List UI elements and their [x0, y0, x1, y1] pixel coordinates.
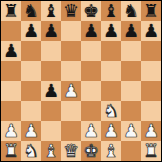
white-bishop-icon: ♝ — [103, 141, 119, 161]
square-c3[interactable] — [41, 101, 61, 121]
square-b2[interactable]: ♟ — [21, 121, 41, 141]
square-d4[interactable]: ♟ — [61, 81, 81, 101]
square-a6[interactable]: ♟ — [1, 41, 21, 61]
square-f4[interactable] — [101, 81, 121, 101]
white-pawn-icon: ♟ — [3, 121, 19, 141]
square-d8[interactable]: ♛ — [61, 1, 81, 21]
square-g4[interactable] — [121, 81, 141, 101]
square-h4[interactable] — [141, 81, 161, 101]
black-pawn-icon: ♟ — [3, 41, 19, 61]
square-f2[interactable]: ♟ — [101, 121, 121, 141]
square-a1[interactable]: ♜ — [1, 141, 21, 161]
square-h2[interactable]: ♟ — [141, 121, 161, 141]
white-pawn-icon: ♟ — [83, 121, 99, 141]
square-b4[interactable] — [21, 81, 41, 101]
square-d2[interactable] — [61, 121, 81, 141]
chess-board-frame: ♜♞♝♛♚♝♞♜♟♟♟♟♟♟♟♟♟♞♟♟♟♟♟♟♜♞♝♛♚♝♜ — [0, 0, 162, 162]
square-a7[interactable] — [1, 21, 21, 41]
square-c8[interactable]: ♝ — [41, 1, 61, 21]
square-g3[interactable] — [121, 101, 141, 121]
black-pawn-icon: ♟ — [23, 21, 39, 41]
square-g1[interactable] — [121, 141, 141, 161]
square-d6[interactable] — [61, 41, 81, 61]
square-h1[interactable]: ♜ — [141, 141, 161, 161]
square-e6[interactable] — [81, 41, 101, 61]
square-e3[interactable] — [81, 101, 101, 121]
square-g7[interactable]: ♟ — [121, 21, 141, 41]
black-pawn-icon: ♟ — [43, 81, 59, 101]
square-f7[interactable]: ♟ — [101, 21, 121, 41]
black-rook-icon: ♜ — [3, 1, 19, 21]
square-c5[interactable] — [41, 61, 61, 81]
square-c7[interactable]: ♟ — [41, 21, 61, 41]
square-d1[interactable]: ♛ — [61, 141, 81, 161]
black-pawn-icon: ♟ — [143, 21, 159, 41]
square-g2[interactable]: ♟ — [121, 121, 141, 141]
square-e2[interactable]: ♟ — [81, 121, 101, 141]
square-d7[interactable] — [61, 21, 81, 41]
square-h6[interactable] — [141, 41, 161, 61]
white-knight-icon: ♞ — [103, 101, 119, 121]
black-knight-icon: ♞ — [23, 1, 39, 21]
square-g6[interactable] — [121, 41, 141, 61]
black-knight-icon: ♞ — [123, 1, 139, 21]
white-rook-icon: ♜ — [143, 141, 159, 161]
square-e7[interactable]: ♟ — [81, 21, 101, 41]
white-bishop-icon: ♝ — [43, 141, 59, 161]
square-e5[interactable] — [81, 61, 101, 81]
square-e1[interactable]: ♚ — [81, 141, 101, 161]
square-h8[interactable]: ♜ — [141, 1, 161, 21]
square-f1[interactable]: ♝ — [101, 141, 121, 161]
chess-board: ♜♞♝♛♚♝♞♜♟♟♟♟♟♟♟♟♟♞♟♟♟♟♟♟♜♞♝♛♚♝♜ — [1, 1, 161, 161]
square-c2[interactable] — [41, 121, 61, 141]
white-pawn-icon: ♟ — [23, 121, 39, 141]
square-g8[interactable]: ♞ — [121, 1, 141, 21]
black-pawn-icon: ♟ — [83, 21, 99, 41]
square-h3[interactable] — [141, 101, 161, 121]
black-rook-icon: ♜ — [143, 1, 159, 21]
square-f5[interactable] — [101, 61, 121, 81]
square-c1[interactable]: ♝ — [41, 141, 61, 161]
square-a3[interactable] — [1, 101, 21, 121]
square-b5[interactable] — [21, 61, 41, 81]
white-pawn-icon: ♟ — [63, 81, 79, 101]
square-c6[interactable] — [41, 41, 61, 61]
square-f8[interactable]: ♝ — [101, 1, 121, 21]
square-g5[interactable] — [121, 61, 141, 81]
square-a2[interactable]: ♟ — [1, 121, 21, 141]
square-h7[interactable]: ♟ — [141, 21, 161, 41]
square-e8[interactable]: ♚ — [81, 1, 101, 21]
white-rook-icon: ♜ — [3, 141, 19, 161]
square-c4[interactable]: ♟ — [41, 81, 61, 101]
black-king-icon: ♚ — [83, 1, 99, 21]
square-b3[interactable] — [21, 101, 41, 121]
square-h5[interactable] — [141, 61, 161, 81]
white-king-icon: ♚ — [83, 141, 99, 161]
black-pawn-icon: ♟ — [43, 21, 59, 41]
square-a8[interactable]: ♜ — [1, 1, 21, 21]
white-queen-icon: ♛ — [63, 141, 79, 161]
black-pawn-icon: ♟ — [123, 21, 139, 41]
square-f3[interactable]: ♞ — [101, 101, 121, 121]
square-b8[interactable]: ♞ — [21, 1, 41, 21]
square-b1[interactable]: ♞ — [21, 141, 41, 161]
white-pawn-icon: ♟ — [103, 121, 119, 141]
black-bishop-icon: ♝ — [103, 1, 119, 21]
square-d3[interactable] — [61, 101, 81, 121]
square-b7[interactable]: ♟ — [21, 21, 41, 41]
white-pawn-icon: ♟ — [123, 121, 139, 141]
black-queen-icon: ♛ — [63, 1, 79, 21]
white-pawn-icon: ♟ — [143, 121, 159, 141]
black-bishop-icon: ♝ — [43, 1, 59, 21]
square-a5[interactable] — [1, 61, 21, 81]
square-b6[interactable] — [21, 41, 41, 61]
square-a4[interactable] — [1, 81, 21, 101]
white-knight-icon: ♞ — [23, 141, 39, 161]
square-e4[interactable] — [81, 81, 101, 101]
square-d5[interactable] — [61, 61, 81, 81]
square-f6[interactable] — [101, 41, 121, 61]
black-pawn-icon: ♟ — [103, 21, 119, 41]
